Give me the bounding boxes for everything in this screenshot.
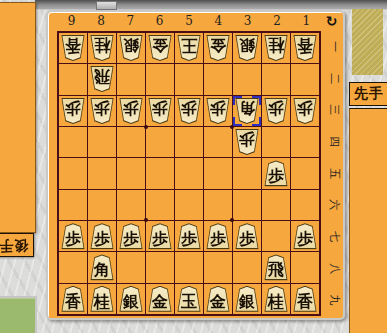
board-square[interactable] <box>291 158 319 188</box>
shogi-piece[interactable]: 歩 <box>61 98 85 124</box>
piece-kanji: 歩 <box>94 231 110 249</box>
shogi-piece[interactable]: 歩 <box>206 98 230 124</box>
piece-kanji: 歩 <box>210 231 226 249</box>
shogi-piece[interactable]: 桂 <box>90 286 114 312</box>
piece-kanji: 歩 <box>268 98 284 116</box>
board-square[interactable] <box>117 64 145 94</box>
board-square[interactable]: 歩 <box>233 221 261 251</box>
board-square[interactable]: 歩 <box>291 96 319 126</box>
board-square[interactable] <box>291 252 319 282</box>
board-square[interactable]: 歩 <box>204 221 232 251</box>
board-square[interactable] <box>204 252 232 282</box>
window-top-bar <box>35 0 387 10</box>
piece-kanji: 歩 <box>239 231 255 249</box>
shogi-piece[interactable]: 金 <box>206 286 230 312</box>
board-square[interactable]: 金 <box>146 33 174 63</box>
piece-kanji: 香 <box>297 35 313 53</box>
board-square[interactable]: 銀 <box>117 284 145 314</box>
piece-kanji: 歩 <box>181 98 197 116</box>
file-label: 5 <box>174 14 203 31</box>
board-square[interactable]: 桂 <box>88 33 116 63</box>
shogi-app-window: 後手 先手 987654321 ↻ 香桂銀金王金銀桂香飛歩歩歩歩歩歩角歩歩歩歩歩… <box>0 0 387 333</box>
shogi-piece[interactable]: 金 <box>148 286 172 312</box>
board-square[interactable] <box>175 252 203 282</box>
shogi-piece[interactable]: 歩 <box>148 98 172 124</box>
shogi-piece[interactable]: 香 <box>61 35 85 61</box>
board-square[interactable] <box>88 158 116 188</box>
piece-kanji: 金 <box>210 35 226 53</box>
selection-marker <box>233 117 242 126</box>
piece-kanji: 銀 <box>123 35 139 53</box>
board-square[interactable]: 歩 <box>233 127 261 157</box>
file-label: 3 <box>233 14 262 31</box>
board-square[interactable]: 歩 <box>291 221 319 251</box>
piece-kanji: 歩 <box>152 98 168 116</box>
board-square[interactable]: 香 <box>59 33 87 63</box>
piece-kanji: 金 <box>210 294 226 312</box>
piece-kanji: 桂 <box>94 294 110 312</box>
board-square[interactable]: 香 <box>291 33 319 63</box>
shogi-piece[interactable]: 角 <box>90 254 114 280</box>
shogi-piece[interactable]: 王 <box>177 35 201 61</box>
shogi-piece[interactable]: 歩 <box>119 98 143 124</box>
gold-tile <box>352 9 383 75</box>
file-label: 6 <box>145 14 174 31</box>
board-square[interactable]: 王 <box>175 33 203 63</box>
piece-kanji: 歩 <box>181 231 197 249</box>
board-square[interactable]: 歩 <box>117 96 145 126</box>
shogi-board: 987654321 ↻ 香桂銀金王金銀桂香飛歩歩歩歩歩歩角歩歩歩歩歩歩歩歩歩歩歩… <box>46 10 345 320</box>
board-square[interactable]: 桂 <box>262 284 290 314</box>
piece-kanji: 歩 <box>268 168 284 186</box>
piece-kanji: 香 <box>65 294 81 312</box>
piece-kanji: 歩 <box>239 129 255 147</box>
piece-kanji: 歩 <box>94 98 110 116</box>
shogi-piece[interactable]: 飛 <box>90 66 114 92</box>
board-square[interactable] <box>204 190 232 220</box>
board-square[interactable] <box>262 221 290 251</box>
shogi-piece[interactable]: 玉 <box>177 286 201 312</box>
piece-kanji: 金 <box>152 294 168 312</box>
board-square[interactable]: 金 <box>204 33 232 63</box>
board-square[interactable] <box>291 127 319 157</box>
board-square[interactable]: 飛 <box>88 64 116 94</box>
board-square[interactable] <box>175 127 203 157</box>
shogi-piece[interactable]: 桂 <box>264 286 288 312</box>
piece-kanji: 銀 <box>239 35 255 53</box>
board-square[interactable] <box>146 64 174 94</box>
file-label: 1 <box>292 14 321 31</box>
piece-kanji: 歩 <box>65 98 81 116</box>
piece-kanji: 歩 <box>152 231 168 249</box>
shogi-piece[interactable]: 銀 <box>235 35 259 61</box>
rank-label: 八 <box>318 260 350 278</box>
piece-kanji: 歩 <box>297 98 313 116</box>
board-square[interactable]: 歩 <box>146 96 174 126</box>
board-square[interactable]: 歩 <box>59 96 87 126</box>
sente-player-label-box: 先手 <box>349 82 387 106</box>
shogi-piece[interactable]: 飛 <box>264 254 288 280</box>
piece-kanji: 香 <box>297 294 313 312</box>
sente-captured-pieces-tray[interactable] <box>349 108 387 333</box>
board-square[interactable] <box>59 158 87 188</box>
board-square[interactable]: 歩 <box>262 96 290 126</box>
board-square[interactable] <box>262 127 290 157</box>
file-label: 9 <box>57 14 86 31</box>
board-square[interactable] <box>59 190 87 220</box>
shogi-piece[interactable]: 桂 <box>90 35 114 61</box>
board-square[interactable] <box>233 64 261 94</box>
board-square[interactable] <box>233 252 261 282</box>
board-square[interactable]: 銀 <box>233 33 261 63</box>
shogi-piece[interactable]: 香 <box>293 35 317 61</box>
board-square[interactable] <box>117 190 145 220</box>
shogi-piece[interactable]: 歩 <box>61 223 85 249</box>
piece-kanji: 桂 <box>268 35 284 53</box>
board-square[interactable]: 角 <box>233 96 261 126</box>
board-square[interactable]: 歩 <box>117 221 145 251</box>
board-square[interactable] <box>175 64 203 94</box>
board-square[interactable]: 歩 <box>146 221 174 251</box>
board-square[interactable] <box>59 127 87 157</box>
board-square[interactable] <box>262 190 290 220</box>
board-square[interactable]: 歩 <box>204 96 232 126</box>
hoshi-dot <box>230 218 234 222</box>
hoshi-dot <box>144 218 148 222</box>
board-square[interactable] <box>233 190 261 220</box>
rank-label: 七 <box>318 228 350 246</box>
shogi-piece[interactable]: 歩 <box>235 223 259 249</box>
file-label: 2 <box>262 14 291 31</box>
board-square[interactable] <box>262 64 290 94</box>
piece-kanji: 金 <box>152 35 168 53</box>
board-square[interactable]: 桂 <box>88 284 116 314</box>
shogi-piece[interactable]: 歩 <box>235 129 259 155</box>
shogi-piece[interactable]: 香 <box>293 286 317 312</box>
piece-kanji: 飛 <box>268 262 284 280</box>
board-square[interactable]: 歩 <box>175 221 203 251</box>
shogi-piece[interactable]: 歩 <box>90 98 114 124</box>
shogi-piece[interactable]: 歩 <box>177 223 201 249</box>
board-square[interactable]: 銀 <box>233 284 261 314</box>
board-square[interactable] <box>233 158 261 188</box>
board-square[interactable] <box>146 127 174 157</box>
piece-kanji: 歩 <box>65 231 81 249</box>
rank-label: 二 <box>318 70 350 88</box>
shogi-piece[interactable]: 歩 <box>90 223 114 249</box>
rank-label: 九 <box>318 291 350 309</box>
gote-player-label: 後手 <box>0 236 28 254</box>
shogi-piece[interactable]: 金 <box>148 35 172 61</box>
board-square[interactable] <box>204 158 232 188</box>
gote-player-label-box: 後手 <box>0 233 34 257</box>
piece-kanji: 角 <box>94 262 110 280</box>
board-square[interactable]: 金 <box>146 284 174 314</box>
board-square[interactable]: 玉 <box>175 284 203 314</box>
file-label: 7 <box>116 14 145 31</box>
file-labels: 987654321 <box>57 14 321 31</box>
board-square[interactable]: 香 <box>291 284 319 314</box>
board-square[interactable] <box>146 190 174 220</box>
shogi-piece[interactable]: 香 <box>61 286 85 312</box>
rank-labels: 一二三四五六七八九 <box>325 31 343 316</box>
board-square[interactable] <box>175 190 203 220</box>
board-square[interactable]: 角 <box>88 252 116 282</box>
piece-kanji: 香 <box>65 35 81 53</box>
piece-kanji: 王 <box>181 35 197 53</box>
shogi-piece[interactable]: 金 <box>206 35 230 61</box>
green-tile <box>0 296 37 333</box>
selection-marker <box>252 117 261 126</box>
shogi-piece[interactable]: 歩 <box>148 223 172 249</box>
board-square[interactable] <box>117 252 145 282</box>
shogi-piece[interactable]: 歩 <box>264 98 288 124</box>
shogi-piece[interactable]: 銀 <box>119 35 143 61</box>
piece-kanji: 飛 <box>94 66 110 84</box>
rank-label: 五 <box>318 165 350 183</box>
file-label: 4 <box>204 14 233 31</box>
board-square[interactable] <box>175 158 203 188</box>
board-square[interactable]: 桂 <box>262 33 290 63</box>
board-square[interactable]: 歩 <box>88 221 116 251</box>
shogi-piece[interactable]: 歩 <box>264 160 288 186</box>
shogi-piece[interactable]: 歩 <box>293 98 317 124</box>
shogi-piece[interactable]: 銀 <box>119 286 143 312</box>
file-label: 8 <box>86 14 115 31</box>
rank-label: 四 <box>318 133 350 151</box>
piece-kanji: 桂 <box>94 35 110 53</box>
gote-captured-pieces-tray[interactable] <box>0 2 36 233</box>
board-square[interactable] <box>291 190 319 220</box>
piece-kanji: 桂 <box>268 294 284 312</box>
hoshi-dot <box>144 125 148 129</box>
board-square[interactable] <box>291 64 319 94</box>
board-square[interactable] <box>146 252 174 282</box>
board-square[interactable] <box>117 158 145 188</box>
rank-label: 一 <box>318 38 350 56</box>
selection-marker <box>233 96 242 105</box>
board-square[interactable]: 香 <box>59 284 87 314</box>
shogi-piece[interactable]: 歩 <box>293 223 317 249</box>
board-square[interactable] <box>117 127 145 157</box>
board-square[interactable]: 歩 <box>88 96 116 126</box>
piece-kanji: 歩 <box>210 98 226 116</box>
rotate-board-icon[interactable]: ↻ <box>323 13 340 30</box>
splitter-handle[interactable] <box>96 1 117 10</box>
board-square[interactable] <box>88 190 116 220</box>
board-square[interactable] <box>204 64 232 94</box>
piece-kanji: 歩 <box>123 98 139 116</box>
board-square[interactable]: 歩 <box>262 158 290 188</box>
piece-kanji: 玉 <box>181 294 197 312</box>
rank-label: 六 <box>318 196 350 214</box>
rank-label: 三 <box>318 101 350 119</box>
piece-kanji: 歩 <box>123 231 139 249</box>
board-square[interactable]: 飛 <box>262 252 290 282</box>
sente-player-label: 先手 <box>354 85 384 103</box>
board-grid: 香桂銀金王金銀桂香飛歩歩歩歩歩歩角歩歩歩歩歩歩歩歩歩歩歩歩角飛香桂銀金玉金銀桂香 <box>57 31 321 316</box>
board-square[interactable]: 金 <box>204 284 232 314</box>
shogi-piece[interactable]: 歩 <box>177 98 201 124</box>
shogi-piece[interactable]: 桂 <box>264 35 288 61</box>
board-square[interactable]: 歩 <box>59 221 87 251</box>
piece-kanji: 銀 <box>239 294 255 312</box>
shogi-piece[interactable]: 歩 <box>119 223 143 249</box>
board-square[interactable] <box>59 252 87 282</box>
board-square[interactable]: 銀 <box>117 33 145 63</box>
board-square[interactable] <box>59 64 87 94</box>
shogi-piece[interactable]: 銀 <box>235 286 259 312</box>
shogi-piece[interactable]: 歩 <box>206 223 230 249</box>
board-square[interactable] <box>204 127 232 157</box>
board-square[interactable]: 歩 <box>175 96 203 126</box>
board-square[interactable] <box>88 127 116 157</box>
piece-kanji: 歩 <box>297 231 313 249</box>
selection-marker <box>252 96 261 105</box>
piece-kanji: 銀 <box>123 294 139 312</box>
board-square[interactable] <box>146 158 174 188</box>
